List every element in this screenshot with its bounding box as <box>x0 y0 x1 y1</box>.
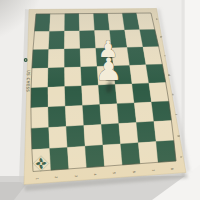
bottom-label-8: 8 <box>170 168 174 170</box>
white-pawn: ♟ <box>95 51 123 87</box>
square-r1c5 <box>94 13 110 30</box>
square-r5c1 <box>31 87 48 108</box>
square-r8c3 <box>67 146 86 169</box>
square-r7c7 <box>136 122 156 143</box>
square-r3c1 <box>32 50 49 69</box>
square-r6c5 <box>100 104 119 125</box>
right-label-d: d <box>167 74 171 76</box>
bottom-label-5: 5 <box>112 172 116 174</box>
bottom-label-2: 2 <box>54 176 58 178</box>
square-r2c1 <box>33 31 50 49</box>
square-r7c2 <box>49 127 68 149</box>
square-r8c5 <box>103 144 123 166</box>
square-r6c3 <box>65 105 84 126</box>
right-label-a: a <box>155 18 159 20</box>
square-r5c6 <box>115 84 134 104</box>
square-r5c4 <box>82 85 100 105</box>
square-r6c7 <box>134 102 154 122</box>
square-r1c1 <box>35 14 51 32</box>
bottom-label-1: 1 <box>35 178 39 180</box>
right-label-g: g <box>177 135 181 137</box>
square-r6c1 <box>31 107 49 128</box>
square-r6c4 <box>83 105 102 126</box>
square-r7c1 <box>31 128 50 150</box>
square-r6c2 <box>48 106 66 127</box>
square-r7c5 <box>101 124 120 146</box>
edge-logo-icon-center <box>25 59 26 60</box>
square-r1c6 <box>108 13 125 30</box>
square-r2c2 <box>49 31 65 49</box>
square-r7c3 <box>66 126 85 148</box>
square-r1c3 <box>65 14 80 32</box>
square-r8c2 <box>50 147 69 170</box>
square-r8c6 <box>121 143 141 165</box>
square-r3c2 <box>48 49 64 68</box>
square-r1c2 <box>50 14 65 32</box>
square-r2c3 <box>64 31 80 49</box>
bottom-label-6: 6 <box>132 171 136 173</box>
bottom-label-7: 7 <box>151 169 155 171</box>
square-r5c3 <box>65 86 83 106</box>
square-r4c2 <box>48 68 65 88</box>
square-r7c4 <box>84 125 103 147</box>
square-r1c4 <box>79 14 95 31</box>
square-r3c7 <box>127 47 146 65</box>
square-r3c3 <box>64 49 80 68</box>
square-r2c4 <box>80 31 96 49</box>
square-r4c3 <box>65 67 82 87</box>
square-r5c7 <box>132 83 151 103</box>
edge-brand-text: US CHESS <box>25 70 31 93</box>
square-r7c6 <box>119 123 139 144</box>
bottom-label-4: 4 <box>93 174 97 176</box>
board-scene-svg: 12345678abcdefghUS CHESS♞♞♞♞♟♟ <box>0 0 200 200</box>
square-r5c2 <box>48 87 65 108</box>
square-r8c7 <box>138 142 158 164</box>
right-label-e: e <box>171 93 175 95</box>
chessboard-photo: 12345678abcdefghUS CHESS♞♞♞♞♟♟ <box>0 0 200 200</box>
square-r7c8 <box>154 121 174 142</box>
bottom-label-3: 3 <box>74 175 78 177</box>
square-r4c7 <box>130 65 149 84</box>
square-r6c8 <box>152 101 172 121</box>
knight-icon: ♞ <box>34 161 41 167</box>
right-label-h: h <box>179 156 183 158</box>
right-label-b: b <box>159 36 163 38</box>
square-r8c4 <box>85 145 104 168</box>
square-r6c6 <box>117 103 136 124</box>
square-r8c8 <box>156 141 176 163</box>
square-r5c8 <box>149 83 169 103</box>
square-r4c1 <box>31 68 48 88</box>
